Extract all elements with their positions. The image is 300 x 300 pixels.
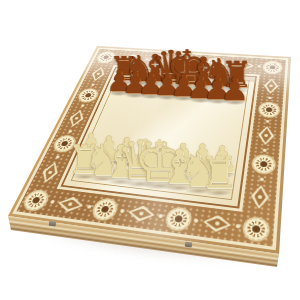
rosette-icon <box>91 198 118 220</box>
inlay-dot-icon <box>268 97 272 100</box>
inlay-dot-icon <box>260 177 264 181</box>
hinge-right-icon <box>185 242 193 248</box>
rosette-icon <box>22 190 50 211</box>
piece-white-rook[interactable]: ♜ <box>200 152 239 196</box>
chess-set-photo: ♜♞♝♛♚♝♞♜♟♟♟♟♟♟♟♟♟♟♟♟♟♟♟♟♜♞♝♛♚♝♞♜ <box>0 0 300 300</box>
rosette-icon <box>244 217 270 241</box>
diamond-inlay-icon <box>38 161 63 183</box>
inlay-dot-icon <box>81 104 85 107</box>
inlay-dot-icon <box>91 84 95 86</box>
inlay-dot-icon <box>263 149 267 152</box>
rosette-icon <box>252 155 275 174</box>
diamond-dot <box>215 221 220 226</box>
diamond-inlay-icon <box>250 184 270 210</box>
piece-black-pawn[interactable]: ♟ <box>220 74 249 106</box>
diamond-inlay-icon <box>126 204 157 223</box>
rosette-icon <box>259 102 279 117</box>
inlay-dot-icon <box>266 120 270 123</box>
hinge-left-icon <box>49 221 57 227</box>
rosette-icon <box>165 207 192 230</box>
inlay-dot-icon <box>257 65 261 67</box>
diamond-inlay-icon <box>66 109 88 127</box>
rosette-icon <box>77 88 99 102</box>
inlay-dot-icon <box>68 130 73 133</box>
diamond-inlay-icon <box>257 125 275 145</box>
diamond-dot <box>264 134 268 137</box>
diamond-inlay-icon <box>263 78 279 94</box>
inlay-dot-icon <box>159 214 164 218</box>
diamond-inlay-icon <box>201 213 232 233</box>
inlay-dot-icon <box>86 205 91 209</box>
diamond-dot <box>258 195 263 199</box>
inlay-dot-icon <box>119 209 124 213</box>
rosette-icon <box>264 61 282 73</box>
diamond-inlay-icon <box>55 195 86 213</box>
inlay-dot-icon <box>194 218 199 222</box>
diamond-inlay-icon <box>89 67 108 82</box>
inlay-dot-icon <box>236 224 241 229</box>
inlay-dot-icon <box>55 155 60 158</box>
inlay-dot-icon <box>50 200 55 204</box>
